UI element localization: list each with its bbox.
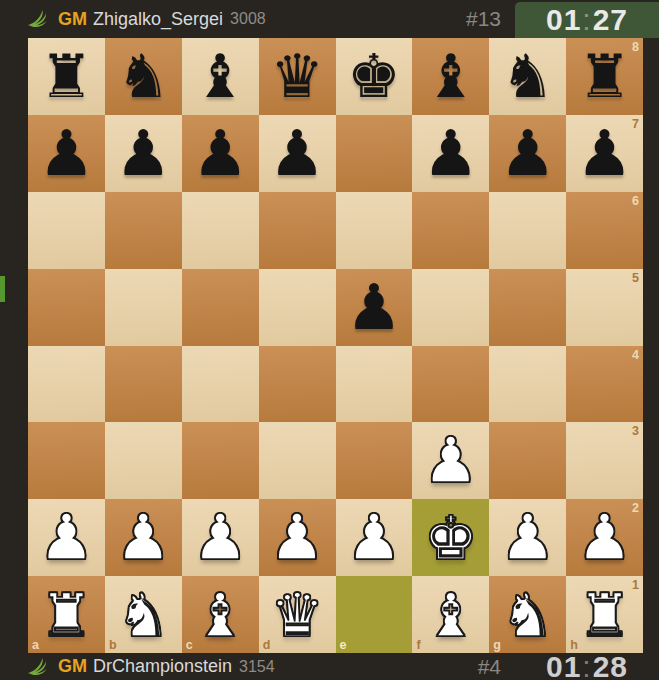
coord-rank-5: 5	[632, 272, 639, 285]
piece-white-pawn: ♟	[423, 429, 479, 492]
top-player-clock: 01:27	[515, 2, 659, 38]
square-f2[interactable]: ♚	[412, 499, 489, 576]
square-f4[interactable]	[412, 346, 489, 423]
piece-black-rook: ♜	[578, 46, 632, 106]
square-b7[interactable]: ♟	[105, 115, 182, 192]
coord-rank-7: 7	[632, 118, 639, 131]
square-e6[interactable]	[336, 192, 413, 269]
coord-file-c: c	[186, 639, 193, 652]
piece-white-king: ♚	[424, 508, 478, 568]
wing-icon	[27, 8, 51, 30]
square-a2[interactable]: ♟	[28, 499, 105, 576]
square-g5[interactable]	[489, 269, 566, 346]
piece-white-rook: ♜	[40, 585, 94, 645]
square-g1[interactable]: ♞g	[489, 576, 566, 653]
square-g8[interactable]: ♞	[489, 38, 566, 115]
piece-white-queen: ♛	[270, 585, 324, 645]
piece-white-rook: ♜	[578, 585, 632, 645]
coord-rank-8: 8	[632, 41, 639, 54]
piece-black-pawn: ♟	[115, 122, 171, 185]
piece-black-bishop: ♝	[193, 46, 247, 106]
square-a7[interactable]: ♟	[28, 115, 105, 192]
square-f1[interactable]: ♝f	[412, 576, 489, 653]
piece-black-bishop: ♝	[424, 46, 478, 106]
piece-black-king: ♚	[347, 46, 401, 106]
chess-board: ♜♞♝♛♚♝♞♜8♟♟♟♟♟♟♟76♟54♟3♟♟♟♟♟♚♟♟2♜a♞b♝c♛d…	[28, 38, 643, 653]
square-c4[interactable]	[182, 346, 259, 423]
square-d2[interactable]: ♟	[259, 499, 336, 576]
top-player-name[interactable]: Zhigalko_Sergei	[93, 9, 223, 30]
square-b4[interactable]	[105, 346, 182, 423]
square-h4[interactable]: 4	[566, 346, 643, 423]
square-d3[interactable]	[259, 422, 336, 499]
piece-white-pawn: ♟	[576, 506, 632, 569]
square-a3[interactable]	[28, 422, 105, 499]
square-h6[interactable]: 6	[566, 192, 643, 269]
piece-black-pawn: ♟	[499, 122, 555, 185]
bottom-player-name[interactable]: DrChampionstein	[93, 656, 232, 677]
bottom-player-clock: 01:28	[515, 653, 659, 680]
square-h3[interactable]: 3	[566, 422, 643, 499]
square-b8[interactable]: ♞	[105, 38, 182, 115]
piece-black-queen: ♛	[270, 46, 324, 106]
square-g7[interactable]: ♟	[489, 115, 566, 192]
square-b2[interactable]: ♟	[105, 499, 182, 576]
square-e3[interactable]	[336, 422, 413, 499]
piece-white-pawn: ♟	[115, 506, 171, 569]
square-d1[interactable]: ♛d	[259, 576, 336, 653]
top-player-rating: 3008	[230, 10, 266, 28]
square-c3[interactable]	[182, 422, 259, 499]
square-b5[interactable]	[105, 269, 182, 346]
square-e4[interactable]	[336, 346, 413, 423]
square-h7[interactable]: ♟7	[566, 115, 643, 192]
piece-black-pawn: ♟	[423, 122, 479, 185]
square-d7[interactable]: ♟	[259, 115, 336, 192]
square-h5[interactable]: 5	[566, 269, 643, 346]
square-a4[interactable]	[28, 346, 105, 423]
coord-rank-1: 1	[632, 579, 639, 592]
square-b6[interactable]	[105, 192, 182, 269]
top-player-bar: GM Zhigalko_Sergei 3008 #13 01:27	[0, 0, 659, 38]
left-edge-green-tab	[0, 276, 5, 302]
piece-white-knight: ♞	[116, 585, 170, 645]
piece-black-knight: ♞	[116, 46, 170, 106]
bottom-player-rating: 3154	[239, 658, 275, 676]
square-e5[interactable]: ♟	[336, 269, 413, 346]
square-c8[interactable]: ♝	[182, 38, 259, 115]
square-e2[interactable]: ♟	[336, 499, 413, 576]
square-c5[interactable]	[182, 269, 259, 346]
piece-white-knight: ♞	[501, 585, 555, 645]
square-d6[interactable]	[259, 192, 336, 269]
square-c6[interactable]	[182, 192, 259, 269]
square-e1[interactable]: e	[336, 576, 413, 653]
square-c2[interactable]: ♟	[182, 499, 259, 576]
square-d4[interactable]	[259, 346, 336, 423]
coord-file-e: e	[340, 639, 347, 652]
square-h2[interactable]: ♟2	[566, 499, 643, 576]
piece-black-pawn: ♟	[192, 122, 248, 185]
bottom-game-number: #4	[478, 655, 501, 679]
top-game-number: #13	[466, 7, 501, 31]
coord-file-b: b	[109, 639, 117, 652]
piece-white-bishop: ♝	[193, 585, 247, 645]
square-g4[interactable]	[489, 346, 566, 423]
square-e7[interactable]	[336, 115, 413, 192]
piece-black-rook: ♜	[40, 46, 94, 106]
square-c7[interactable]: ♟	[182, 115, 259, 192]
square-h8[interactable]: ♜8	[566, 38, 643, 115]
piece-black-pawn: ♟	[346, 276, 402, 339]
square-f7[interactable]: ♟	[412, 115, 489, 192]
coord-file-g: g	[493, 639, 501, 652]
coord-file-d: d	[263, 639, 271, 652]
coord-file-f: f	[416, 639, 420, 652]
square-a6[interactable]	[28, 192, 105, 269]
lichess-tv-screen: GM Zhigalko_Sergei 3008 #13 01:27 ♜♞♝♛♚♝…	[0, 0, 659, 680]
square-f3[interactable]: ♟	[412, 422, 489, 499]
piece-black-pawn: ♟	[576, 122, 632, 185]
square-d8[interactable]: ♛	[259, 38, 336, 115]
square-a1[interactable]: ♜a	[28, 576, 105, 653]
square-c1[interactable]: ♝c	[182, 576, 259, 653]
square-a5[interactable]	[28, 269, 105, 346]
piece-white-pawn: ♟	[499, 506, 555, 569]
square-g2[interactable]: ♟	[489, 499, 566, 576]
piece-black-knight: ♞	[501, 46, 555, 106]
square-b3[interactable]	[105, 422, 182, 499]
piece-black-pawn: ♟	[38, 122, 94, 185]
piece-white-pawn: ♟	[346, 506, 402, 569]
player-title-badge: GM	[58, 9, 87, 30]
square-g3[interactable]	[489, 422, 566, 499]
square-f5[interactable]	[412, 269, 489, 346]
bottom-player-bar: GM DrChampionstein 3154 #4 01:28	[0, 653, 659, 680]
piece-white-pawn: ♟	[192, 506, 248, 569]
square-f8[interactable]: ♝	[412, 38, 489, 115]
square-b1[interactable]: ♞b	[105, 576, 182, 653]
piece-white-pawn: ♟	[38, 506, 94, 569]
coord-rank-6: 6	[632, 195, 639, 208]
coord-rank-2: 2	[632, 502, 639, 515]
square-d5[interactable]	[259, 269, 336, 346]
square-g6[interactable]	[489, 192, 566, 269]
square-f6[interactable]	[412, 192, 489, 269]
piece-black-pawn: ♟	[269, 122, 325, 185]
wing-icon	[27, 656, 51, 678]
piece-white-pawn: ♟	[269, 506, 325, 569]
square-e8[interactable]: ♚	[336, 38, 413, 115]
coord-rank-3: 3	[632, 425, 639, 438]
coord-rank-4: 4	[632, 349, 639, 362]
coord-file-a: a	[32, 639, 39, 652]
piece-white-bishop: ♝	[424, 585, 478, 645]
player-title-badge: GM	[58, 656, 87, 677]
square-a8[interactable]: ♜	[28, 38, 105, 115]
square-h1[interactable]: ♜1h	[566, 576, 643, 653]
